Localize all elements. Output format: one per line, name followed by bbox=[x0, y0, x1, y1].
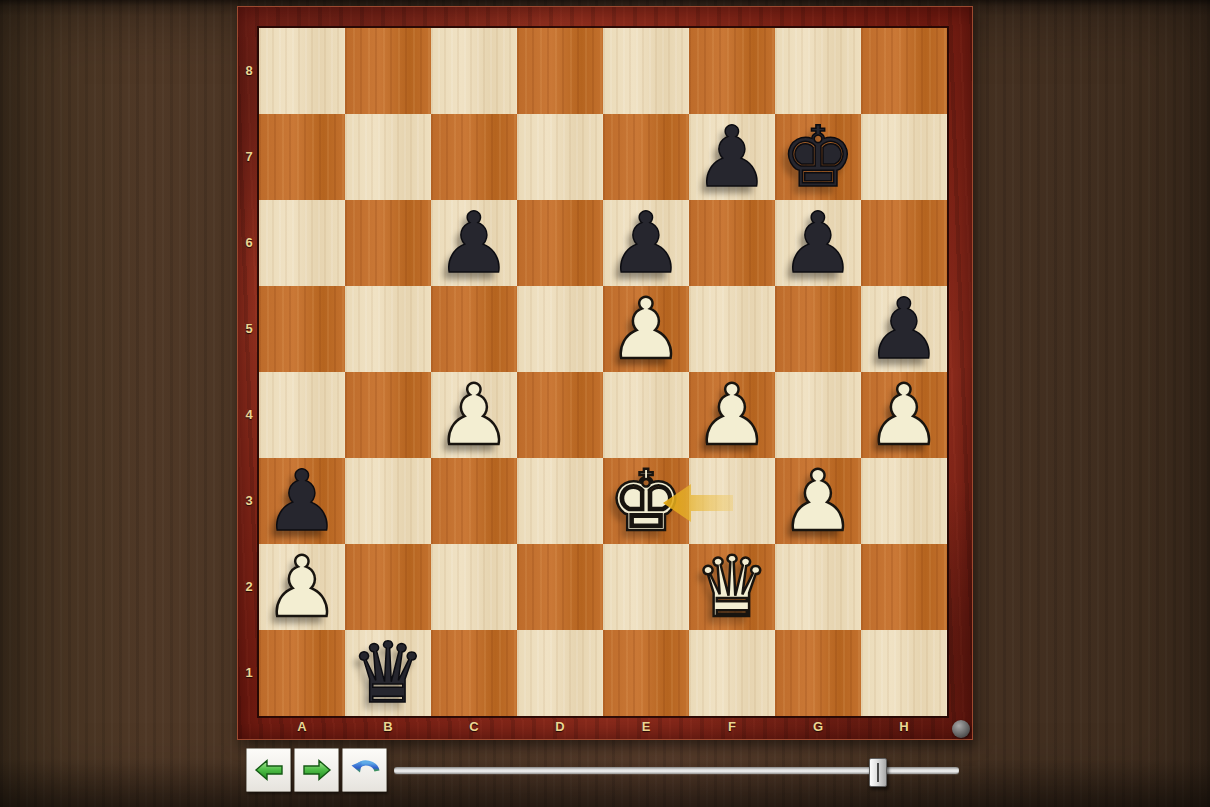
black-pawn-a3[interactable]: ♟ bbox=[259, 458, 345, 544]
square-c5[interactable] bbox=[431, 286, 517, 372]
square-e5[interactable]: ♟ bbox=[603, 286, 689, 372]
file-label-g: G bbox=[809, 719, 827, 735]
rank-label-7: 7 bbox=[240, 149, 258, 165]
black-pawn-g6[interactable]: ♟ bbox=[775, 200, 861, 286]
square-g2[interactable] bbox=[775, 544, 861, 630]
square-d4[interactable] bbox=[517, 372, 603, 458]
square-f7[interactable]: ♟ bbox=[689, 114, 775, 200]
white-pawn-c4[interactable]: ♟ bbox=[431, 372, 517, 458]
square-d3[interactable] bbox=[517, 458, 603, 544]
square-c1[interactable] bbox=[431, 630, 517, 716]
square-f2[interactable]: ♛ bbox=[689, 544, 775, 630]
frame-corner-knob bbox=[952, 720, 970, 738]
green-right-arrow-icon bbox=[302, 755, 332, 785]
rank-label-5: 5 bbox=[240, 321, 258, 337]
square-a6[interactable] bbox=[259, 200, 345, 286]
square-c4[interactable]: ♟ bbox=[431, 372, 517, 458]
black-pawn-h5[interactable]: ♟ bbox=[861, 286, 947, 372]
square-g6[interactable]: ♟ bbox=[775, 200, 861, 286]
square-b4[interactable] bbox=[345, 372, 431, 458]
black-pawn-c6[interactable]: ♟ bbox=[431, 200, 517, 286]
move-slider-thumb[interactable] bbox=[869, 758, 887, 787]
black-queen-b1[interactable]: ♛ bbox=[345, 630, 431, 716]
square-a2[interactable]: ♟ bbox=[259, 544, 345, 630]
white-pawn-h4[interactable]: ♟ bbox=[861, 372, 947, 458]
square-c3[interactable] bbox=[431, 458, 517, 544]
blue-curved-undo-arrow-icon bbox=[350, 755, 380, 785]
square-h1[interactable] bbox=[861, 630, 947, 716]
white-pawn-e5[interactable]: ♟ bbox=[603, 286, 689, 372]
square-b2[interactable] bbox=[345, 544, 431, 630]
square-e8[interactable] bbox=[603, 28, 689, 114]
square-b3[interactable] bbox=[345, 458, 431, 544]
square-h3[interactable] bbox=[861, 458, 947, 544]
square-c7[interactable] bbox=[431, 114, 517, 200]
chess-app-window: ♟♚♟♟♟♟♟♟♟♟♟♚♟♟♛♛ 87654321 ABCDEFGH bbox=[0, 0, 1210, 807]
file-label-h: H bbox=[895, 719, 913, 735]
square-g8[interactable] bbox=[775, 28, 861, 114]
square-a3[interactable]: ♟ bbox=[259, 458, 345, 544]
square-a8[interactable] bbox=[259, 28, 345, 114]
square-c6[interactable]: ♟ bbox=[431, 200, 517, 286]
square-h6[interactable] bbox=[861, 200, 947, 286]
square-f3[interactable] bbox=[689, 458, 775, 544]
rank-label-1: 1 bbox=[240, 665, 258, 681]
square-d7[interactable] bbox=[517, 114, 603, 200]
square-b8[interactable] bbox=[345, 28, 431, 114]
square-b6[interactable] bbox=[345, 200, 431, 286]
square-f5[interactable] bbox=[689, 286, 775, 372]
square-e4[interactable] bbox=[603, 372, 689, 458]
white-queen-f2[interactable]: ♛ bbox=[689, 544, 775, 630]
square-g1[interactable] bbox=[775, 630, 861, 716]
forward-button[interactable] bbox=[294, 748, 339, 792]
rank-label-4: 4 bbox=[240, 407, 258, 423]
file-label-d: D bbox=[551, 719, 569, 735]
square-d2[interactable] bbox=[517, 544, 603, 630]
square-c2[interactable] bbox=[431, 544, 517, 630]
square-e7[interactable] bbox=[603, 114, 689, 200]
square-e1[interactable] bbox=[603, 630, 689, 716]
file-label-f: F bbox=[723, 719, 741, 735]
black-pawn-e6[interactable]: ♟ bbox=[603, 200, 689, 286]
square-d6[interactable] bbox=[517, 200, 603, 286]
square-e6[interactable]: ♟ bbox=[603, 200, 689, 286]
file-label-c: C bbox=[465, 719, 483, 735]
undo-button[interactable] bbox=[342, 748, 387, 792]
square-d1[interactable] bbox=[517, 630, 603, 716]
square-a4[interactable] bbox=[259, 372, 345, 458]
square-g7[interactable]: ♚ bbox=[775, 114, 861, 200]
square-f6[interactable] bbox=[689, 200, 775, 286]
square-b7[interactable] bbox=[345, 114, 431, 200]
white-pawn-g3[interactable]: ♟ bbox=[775, 458, 861, 544]
file-label-e: E bbox=[637, 719, 655, 735]
white-pawn-f4[interactable]: ♟ bbox=[689, 372, 775, 458]
square-f8[interactable] bbox=[689, 28, 775, 114]
file-label-b: B bbox=[379, 719, 397, 735]
square-b1[interactable]: ♛ bbox=[345, 630, 431, 716]
square-h5[interactable]: ♟ bbox=[861, 286, 947, 372]
square-a7[interactable] bbox=[259, 114, 345, 200]
rank-label-3: 3 bbox=[240, 493, 258, 509]
square-h8[interactable] bbox=[861, 28, 947, 114]
rank-label-8: 8 bbox=[240, 63, 258, 79]
square-g5[interactable] bbox=[775, 286, 861, 372]
square-e2[interactable] bbox=[603, 544, 689, 630]
square-e3[interactable]: ♚ bbox=[603, 458, 689, 544]
square-b5[interactable] bbox=[345, 286, 431, 372]
rank-label-6: 6 bbox=[240, 235, 258, 251]
square-d5[interactable] bbox=[517, 286, 603, 372]
square-f4[interactable]: ♟ bbox=[689, 372, 775, 458]
square-h7[interactable] bbox=[861, 114, 947, 200]
square-a5[interactable] bbox=[259, 286, 345, 372]
file-label-a: A bbox=[293, 719, 311, 735]
square-d8[interactable] bbox=[517, 28, 603, 114]
rank-label-2: 2 bbox=[240, 579, 258, 595]
square-g3[interactable]: ♟ bbox=[775, 458, 861, 544]
square-a1[interactable] bbox=[259, 630, 345, 716]
square-f1[interactable] bbox=[689, 630, 775, 716]
chess-board: ♟♚♟♟♟♟♟♟♟♟♟♚♟♟♛♛ bbox=[259, 28, 947, 716]
black-pawn-f7[interactable]: ♟ bbox=[689, 114, 775, 200]
white-king-e3[interactable]: ♚ bbox=[603, 458, 689, 544]
white-pawn-a2[interactable]: ♟ bbox=[259, 544, 345, 630]
square-g4[interactable] bbox=[775, 372, 861, 458]
square-h2[interactable] bbox=[861, 544, 947, 630]
square-c8[interactable] bbox=[431, 28, 517, 114]
back-button[interactable] bbox=[246, 748, 291, 792]
square-h4[interactable]: ♟ bbox=[861, 372, 947, 458]
black-king-g7[interactable]: ♚ bbox=[775, 114, 861, 200]
green-left-arrow-icon bbox=[254, 755, 284, 785]
